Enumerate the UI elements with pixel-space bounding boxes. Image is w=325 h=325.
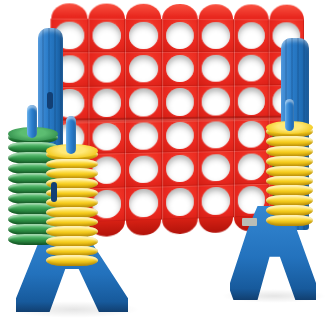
board-cell (125, 52, 162, 86)
handle-slot (47, 92, 53, 109)
board-hole (202, 55, 230, 82)
board-cell (88, 19, 125, 53)
board-hole (238, 120, 266, 147)
board-cell (162, 52, 198, 86)
board-scallop (199, 217, 234, 233)
board-hole (92, 89, 121, 117)
board-cell (125, 186, 162, 221)
board-cell (234, 52, 269, 85)
label-sticker (242, 218, 257, 226)
board-hole (129, 89, 158, 117)
board-hole (202, 121, 230, 149)
board-cell (162, 185, 198, 219)
board-cell (125, 119, 162, 153)
game-disc (46, 255, 98, 266)
board-scallop (51, 3, 88, 18)
board-cell (198, 118, 234, 152)
disc-pole (27, 105, 37, 138)
board-cell (234, 19, 269, 52)
board-scallop (126, 220, 162, 236)
board-cell (234, 151, 269, 185)
board-scallop (234, 4, 268, 19)
board-hole (238, 22, 266, 49)
board-hole (202, 88, 230, 115)
board-hole (202, 22, 230, 49)
board-cell (162, 152, 198, 186)
board-cell (88, 52, 125, 86)
board-cell (88, 86, 125, 120)
board-hole (129, 122, 158, 150)
board-scallop (126, 4, 162, 19)
board-scallop (270, 5, 304, 20)
board-scallop (162, 4, 197, 19)
board-cell (198, 52, 234, 85)
board-cell (234, 118, 269, 152)
board-hole (92, 21, 121, 49)
board-hole (202, 154, 230, 182)
game-disc (266, 156, 313, 167)
disc-pole (285, 99, 294, 131)
board-hole (129, 155, 158, 183)
board-hole (92, 123, 121, 151)
giant-connect-four-photo (0, 0, 325, 325)
disc-pole (66, 116, 76, 154)
board-cell (125, 153, 162, 187)
board-cell (162, 19, 198, 52)
board-cell (234, 85, 269, 118)
board-cell (162, 119, 198, 153)
board-scallop (89, 3, 125, 18)
board-hole (129, 22, 158, 50)
board-hole (202, 187, 230, 215)
board-hole (166, 55, 194, 82)
board-scallop (199, 4, 234, 19)
board-hole (166, 155, 194, 183)
board-hole (238, 153, 266, 181)
board-top-scallops (50, 3, 304, 19)
board-hole (129, 189, 158, 217)
board-cell (125, 19, 162, 53)
board-hole (166, 121, 194, 149)
board-hole (166, 22, 194, 49)
board-cell (198, 184, 234, 218)
board-hole (238, 88, 266, 115)
board-cell (198, 19, 234, 52)
board-hole (238, 55, 266, 82)
game-disc (266, 166, 313, 177)
game-disc (266, 215, 313, 226)
board-cell (125, 86, 162, 120)
board-hole (129, 55, 158, 83)
board-cell (198, 85, 234, 119)
board-cell (198, 151, 234, 185)
board-hole (92, 55, 121, 83)
board-hole (166, 88, 194, 116)
board-cell (162, 86, 198, 120)
yellow-disc-stack-left (46, 150, 98, 266)
board-hole (166, 188, 194, 216)
board-scallop (162, 218, 197, 234)
handle-slot (51, 182, 57, 202)
yellow-disc-stack-right (266, 127, 313, 226)
